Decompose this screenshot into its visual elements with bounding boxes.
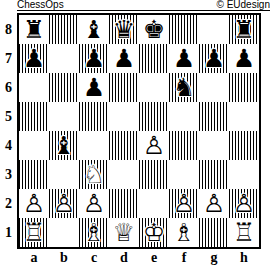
rank-label-2: 2 [0, 189, 17, 218]
piece-black-rook[interactable]: ♜ [19, 15, 49, 44]
piece-black-bishop[interactable]: ♝ [49, 131, 79, 160]
piece-black-king[interactable]: ♚ [139, 15, 169, 44]
square-d4[interactable] [109, 131, 139, 160]
square-f7[interactable]: ♟ [169, 44, 199, 73]
piece-white-king[interactable]: ♚♔ [139, 218, 169, 247]
piece-white-bishop[interactable]: ♝♗ [79, 218, 109, 247]
square-c2[interactable]: ♟♙ [79, 189, 109, 218]
square-e1[interactable]: ♚♔ [139, 218, 169, 247]
black-rook-glyph: ♜ [19, 15, 49, 44]
square-f5[interactable] [169, 102, 199, 131]
black-rook-glyph: ♜ [229, 15, 259, 44]
square-a4[interactable] [19, 131, 49, 160]
white-rook-outline: ♖ [229, 218, 259, 247]
square-g7[interactable]: ♟ [199, 44, 229, 73]
piece-black-pawn[interactable]: ♟ [229, 44, 259, 73]
square-c5[interactable] [79, 102, 109, 131]
black-bishop-glyph: ♝ [79, 15, 109, 44]
rank-labels: 87654321 [0, 15, 17, 247]
square-b4[interactable]: ♝ [49, 131, 79, 160]
black-pawn-glyph: ♟ [79, 44, 109, 73]
piece-white-rook[interactable]: ♜♖ [229, 218, 259, 247]
piece-black-rook[interactable]: ♜ [229, 15, 259, 44]
piece-white-queen[interactable]: ♛♕ [109, 218, 139, 247]
square-g2[interactable]: ♟♙ [199, 189, 229, 218]
piece-black-pawn[interactable]: ♟ [199, 44, 229, 73]
piece-black-pawn[interactable]: ♟ [109, 44, 139, 73]
copyright-credit: © EUdesign [216, 0, 270, 10]
square-d8[interactable]: ♛ [109, 15, 139, 44]
square-b6[interactable] [49, 73, 79, 102]
square-f4[interactable] [169, 131, 199, 160]
chess-board: ♜♝♛♚♜♟♟♟♟♟♟♟♞♝♟♙♞♘♟♙♟♙♟♙♟♙♟♙♟♙♜♖♝♗♛♕♚♔♝♗… [17, 13, 261, 249]
square-d5[interactable] [109, 102, 139, 131]
piece-white-pawn[interactable]: ♟♙ [49, 189, 79, 218]
square-c7[interactable]: ♟ [79, 44, 109, 73]
square-h1[interactable]: ♜♖ [229, 218, 259, 247]
square-b5[interactable] [49, 102, 79, 131]
square-a7[interactable]: ♟ [19, 44, 49, 73]
square-g4[interactable] [199, 131, 229, 160]
piece-white-pawn[interactable]: ♟♙ [79, 189, 109, 218]
file-label-d: d [109, 250, 139, 266]
black-knight-glyph: ♞ [169, 73, 199, 102]
piece-black-knight[interactable]: ♞ [169, 73, 199, 102]
square-d3[interactable] [109, 160, 139, 189]
file-label-a: a [19, 250, 49, 266]
rank-label-6: 6 [0, 73, 17, 102]
black-pawn-glyph: ♟ [79, 73, 109, 102]
white-pawn-outline: ♙ [229, 189, 259, 218]
white-bishop-outline: ♗ [79, 218, 109, 247]
black-bishop-glyph: ♝ [49, 131, 79, 160]
black-pawn-glyph: ♟ [19, 44, 49, 73]
square-g5[interactable] [199, 102, 229, 131]
piece-white-pawn[interactable]: ♟♙ [19, 189, 49, 218]
piece-white-knight[interactable]: ♞♘ [79, 160, 109, 189]
square-g3[interactable] [199, 160, 229, 189]
piece-white-pawn[interactable]: ♟♙ [199, 189, 229, 218]
white-pawn-outline: ♙ [49, 189, 79, 218]
square-f1[interactable]: ♝♗ [169, 218, 199, 247]
white-bishop-outline: ♗ [169, 218, 199, 247]
piece-white-rook[interactable]: ♜♖ [19, 218, 49, 247]
rank-label-1: 1 [0, 218, 17, 247]
file-labels: abcdefgh [19, 250, 259, 266]
square-a3[interactable] [19, 160, 49, 189]
black-king-glyph: ♚ [139, 15, 169, 44]
square-f3[interactable] [169, 160, 199, 189]
black-pawn-glyph: ♟ [169, 44, 199, 73]
piece-black-pawn[interactable]: ♟ [19, 44, 49, 73]
piece-white-pawn[interactable]: ♟♙ [139, 131, 169, 160]
white-king-outline: ♔ [139, 218, 169, 247]
white-rook-outline: ♖ [19, 218, 49, 247]
file-label-e: e [139, 250, 169, 266]
file-label-f: f [169, 250, 199, 266]
title-bar: ChessOps © EUdesign [17, 0, 270, 11]
white-pawn-outline: ♙ [79, 189, 109, 218]
file-label-b: b [49, 250, 79, 266]
square-e7[interactable] [139, 44, 169, 73]
square-g6[interactable] [199, 73, 229, 102]
square-d2[interactable] [109, 189, 139, 218]
rank-label-5: 5 [0, 102, 17, 131]
black-pawn-glyph: ♟ [229, 44, 259, 73]
piece-white-pawn[interactable]: ♟♙ [169, 189, 199, 218]
rank-label-8: 8 [0, 15, 17, 44]
square-h4[interactable] [229, 131, 259, 160]
piece-white-pawn[interactable]: ♟♙ [229, 189, 259, 218]
white-pawn-outline: ♙ [19, 189, 49, 218]
square-b2[interactable]: ♟♙ [49, 189, 79, 218]
square-b7[interactable] [49, 44, 79, 73]
piece-black-pawn[interactable]: ♟ [169, 44, 199, 73]
square-c1[interactable]: ♝♗ [79, 218, 109, 247]
app-title: ChessOps [17, 0, 64, 10]
square-b3[interactable] [49, 160, 79, 189]
square-d7[interactable]: ♟ [109, 44, 139, 73]
file-label-c: c [79, 250, 109, 266]
square-a8[interactable]: ♜ [19, 15, 49, 44]
square-e5[interactable] [139, 102, 169, 131]
square-f2[interactable]: ♟♙ [169, 189, 199, 218]
square-b8[interactable] [49, 15, 79, 44]
white-pawn-outline: ♙ [169, 189, 199, 218]
square-c4[interactable] [79, 131, 109, 160]
square-h7[interactable]: ♟ [229, 44, 259, 73]
square-e8[interactable]: ♚ [139, 15, 169, 44]
square-a1[interactable]: ♜♖ [19, 218, 49, 247]
square-h5[interactable] [229, 102, 259, 131]
square-e6[interactable] [139, 73, 169, 102]
square-b1[interactable] [49, 218, 79, 247]
square-c3[interactable]: ♞♘ [79, 160, 109, 189]
file-label-h: h [229, 250, 259, 266]
square-g1[interactable] [199, 218, 229, 247]
black-pawn-glyph: ♟ [199, 44, 229, 73]
file-label-g: g [199, 250, 229, 266]
square-e4[interactable]: ♟♙ [139, 131, 169, 160]
square-f6[interactable]: ♞ [169, 73, 199, 102]
square-e3[interactable] [139, 160, 169, 189]
white-pawn-outline: ♙ [139, 131, 169, 160]
chessops-diagram: ChessOps © EUdesign 87654321 ♜♝♛♚♜♟♟♟♟♟♟… [0, 0, 270, 270]
square-a6[interactable] [19, 73, 49, 102]
rank-label-4: 4 [0, 131, 17, 160]
white-knight-outline: ♘ [79, 160, 109, 189]
square-d1[interactable]: ♛♕ [109, 218, 139, 247]
square-g8[interactable] [199, 15, 229, 44]
white-queen-outline: ♕ [109, 218, 139, 247]
black-queen-glyph: ♛ [109, 15, 139, 44]
piece-black-queen[interactable]: ♛ [109, 15, 139, 44]
square-h2[interactable]: ♟♙ [229, 189, 259, 218]
rank-label-7: 7 [0, 44, 17, 73]
piece-white-bishop[interactable]: ♝♗ [169, 218, 199, 247]
piece-black-pawn[interactable]: ♟ [79, 44, 109, 73]
white-pawn-outline: ♙ [199, 189, 229, 218]
rank-label-3: 3 [0, 160, 17, 189]
piece-black-bishop[interactable]: ♝ [79, 15, 109, 44]
piece-black-pawn[interactable]: ♟ [79, 73, 109, 102]
square-a2[interactable]: ♟♙ [19, 189, 49, 218]
square-c8[interactable]: ♝ [79, 15, 109, 44]
square-c6[interactable]: ♟ [79, 73, 109, 102]
square-d6[interactable] [109, 73, 139, 102]
square-a5[interactable] [19, 102, 49, 131]
black-pawn-glyph: ♟ [109, 44, 139, 73]
square-f8[interactable] [169, 15, 199, 44]
square-h6[interactable] [229, 73, 259, 102]
square-h3[interactable] [229, 160, 259, 189]
square-h8[interactable]: ♜ [229, 15, 259, 44]
square-e2[interactable] [139, 189, 169, 218]
